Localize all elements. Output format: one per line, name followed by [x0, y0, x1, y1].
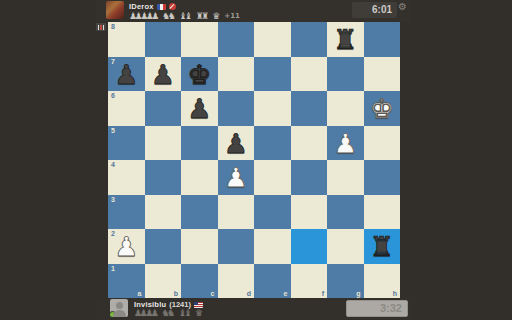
white-pawn: ♟ [327, 126, 364, 161]
rank-label-6: 6 [111, 92, 115, 99]
chess-board: 8♜7♟♟♚6♟♚5♟♟4♟32♟♜1abcdefgh [108, 22, 400, 298]
file-label-a: a [138, 290, 142, 297]
rank-label-4: 4 [111, 161, 115, 168]
square-h1[interactable]: h [364, 264, 401, 299]
square-g7[interactable] [327, 57, 364, 92]
square-e5[interactable] [254, 126, 291, 161]
top-player-avatar[interactable] [106, 1, 124, 19]
rank-label-8: 8 [111, 23, 115, 30]
square-d3[interactable] [218, 195, 255, 230]
square-d7[interactable] [218, 57, 255, 92]
square-b2[interactable] [145, 229, 182, 264]
captured-bishop-group: ♝♝ [179, 11, 193, 21]
file-label-d: d [247, 290, 251, 297]
app-window: IDerox ♟♟♟♟♟♞♞♝♝♜♜♛+11 6:01 ⚙ Invisiblu … [0, 0, 512, 320]
black-rook: ♜ [364, 229, 401, 264]
square-a3[interactable]: 3 [108, 195, 145, 230]
file-label-e: e [284, 290, 288, 297]
square-h2[interactable]: ♜ [364, 229, 401, 264]
square-e3[interactable] [254, 195, 291, 230]
black-pawn: ♟ [145, 57, 182, 92]
square-a2[interactable]: 2♟ [108, 229, 145, 264]
square-a1[interactable]: 1a [108, 264, 145, 299]
square-f1[interactable]: f [291, 264, 328, 299]
square-a6[interactable]: 6 [108, 91, 145, 126]
square-g1[interactable]: g [327, 264, 364, 299]
bottom-player-avatar[interactable] [110, 299, 128, 317]
captured-rook-group: ♜♜ [196, 11, 210, 21]
file-label-h: h [393, 290, 397, 297]
square-d4[interactable]: ♟ [218, 160, 255, 195]
rank-label-1: 1 [111, 265, 115, 272]
square-e7[interactable] [254, 57, 291, 92]
square-g2[interactable] [327, 229, 364, 264]
top-player-clock: 6:01 [352, 2, 397, 18]
white-king: ♚ [364, 91, 401, 126]
square-b3[interactable] [145, 195, 182, 230]
square-e8[interactable] [254, 22, 291, 57]
captured-knight-group: ♞♞ [162, 308, 176, 318]
bottom-captured-pieces: ♟♟♟♟♞♞♝♝♛ [134, 308, 203, 318]
france-flag-icon [157, 4, 166, 10]
captured-bishop-group: ♝♝ [178, 308, 192, 318]
square-c4[interactable] [181, 160, 218, 195]
square-a8[interactable]: 8 [108, 22, 145, 57]
square-f7[interactable] [291, 57, 328, 92]
bottom-player-bar: Invisiblu (1241) ♟♟♟♟♞♞♝♝♛ 3:32 [96, 298, 410, 320]
square-g5[interactable]: ♟ [327, 126, 364, 161]
file-label-b: b [174, 290, 178, 297]
material-advantage: +11 [224, 12, 240, 20]
square-c7[interactable]: ♚ [181, 57, 218, 92]
top-player-bar: IDerox ♟♟♟♟♟♞♞♝♝♜♜♛+11 6:01 ⚙ [96, 0, 410, 22]
square-e1[interactable]: e [254, 264, 291, 299]
white-pawn: ♟ [218, 160, 255, 195]
usa-flag-icon [194, 302, 203, 308]
square-f4[interactable] [291, 160, 328, 195]
square-f8[interactable] [291, 22, 328, 57]
square-b5[interactable] [145, 126, 182, 161]
bottom-player-clock: 3:32 [346, 300, 408, 317]
square-d2[interactable] [218, 229, 255, 264]
square-b1[interactable]: b [145, 264, 182, 299]
file-label-c: c [211, 290, 215, 297]
account-closed-icon [169, 3, 176, 10]
square-c1[interactable]: c [181, 264, 218, 299]
black-pawn: ♟ [218, 126, 255, 161]
square-h6[interactable]: ♚ [364, 91, 401, 126]
square-f3[interactable] [291, 195, 328, 230]
square-b4[interactable] [145, 160, 182, 195]
square-d6[interactable] [218, 91, 255, 126]
square-e6[interactable] [254, 91, 291, 126]
black-king: ♚ [181, 57, 218, 92]
file-label-g: g [356, 290, 360, 297]
square-d8[interactable] [218, 22, 255, 57]
square-h3[interactable] [364, 195, 401, 230]
captured-queen-group: ♛ [195, 308, 203, 318]
square-g6[interactable] [327, 91, 364, 126]
square-a4[interactable]: 4 [108, 160, 145, 195]
square-h4[interactable] [364, 160, 401, 195]
square-d1[interactable]: d [218, 264, 255, 299]
square-a7[interactable]: 7♟ [108, 57, 145, 92]
square-g4[interactable] [327, 160, 364, 195]
settings-gear-icon[interactable]: ⚙ [398, 2, 407, 12]
top-captured-pieces: ♟♟♟♟♟♞♞♝♝♜♜♛+11 [129, 11, 240, 21]
square-c5[interactable] [181, 126, 218, 161]
black-rook: ♜ [327, 22, 364, 57]
square-f5[interactable] [291, 126, 328, 161]
captured-knight-group: ♞♞ [162, 11, 176, 21]
top-player-name[interactable]: IDerox [129, 2, 154, 11]
square-a5[interactable]: 5 [108, 126, 145, 161]
square-g3[interactable] [327, 195, 364, 230]
square-h8[interactable] [364, 22, 401, 57]
black-pawn: ♟ [181, 91, 218, 126]
square-b6[interactable] [145, 91, 182, 126]
square-g8[interactable]: ♜ [327, 22, 364, 57]
square-f6[interactable] [291, 91, 328, 126]
black-pawn: ♟ [108, 57, 145, 92]
square-b8[interactable] [145, 22, 182, 57]
file-label-f: f [322, 290, 324, 297]
square-e4[interactable] [254, 160, 291, 195]
square-c2[interactable] [181, 229, 218, 264]
captured-pawn-group: ♟♟♟♟ [134, 308, 159, 318]
square-d5[interactable]: ♟ [218, 126, 255, 161]
square-e2[interactable] [254, 229, 291, 264]
online-status-dot [110, 311, 116, 317]
square-b7[interactable]: ♟ [145, 57, 182, 92]
square-c8[interactable] [181, 22, 218, 57]
square-h5[interactable] [364, 126, 401, 161]
square-c6[interactable]: ♟ [181, 91, 218, 126]
rank-label-5: 5 [111, 127, 115, 134]
white-pawn: ♟ [108, 229, 145, 264]
rank-label-3: 3 [111, 196, 115, 203]
square-f2[interactable] [291, 229, 328, 264]
move-list-handle-icon[interactable] [96, 23, 106, 31]
square-h7[interactable] [364, 57, 401, 92]
captured-queen-group: ♛ [212, 11, 220, 21]
square-c3[interactable] [181, 195, 218, 230]
captured-pawn-group: ♟♟♟♟♟ [129, 11, 159, 21]
